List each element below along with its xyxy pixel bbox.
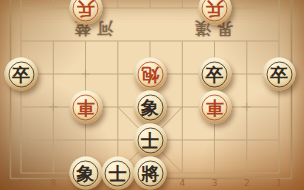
file-number-4: 4 (179, 178, 185, 188)
piece-black-advisor[interactable]: 士 (134, 124, 167, 157)
piece-red-cannon[interactable]: 炮 (134, 58, 167, 91)
piece-glyph: 象 (141, 98, 159, 116)
piece-glyph: 車 (77, 98, 95, 116)
piece-glyph: 兵 (206, 0, 224, 17)
file-number-2: 2 (244, 178, 250, 188)
piece-black-pawn[interactable]: 卒 (198, 58, 231, 91)
piece-glyph: 車 (206, 98, 224, 116)
file-number-9: 9 (18, 178, 24, 188)
piece-black-advisor[interactable]: 士 (101, 157, 134, 190)
piece-glyph: 兵 (77, 0, 95, 17)
piece-black-elephant[interactable]: 象 (69, 157, 102, 190)
piece-glyph: 卒 (12, 65, 30, 83)
piece-glyph: 士 (141, 131, 159, 149)
piece-black-general[interactable]: 將 (134, 157, 167, 190)
file-number-1: 1 (276, 178, 282, 188)
file-number-3: 3 (212, 178, 218, 188)
piece-glyph: 炮 (141, 65, 159, 83)
piece-glyph: 象 (77, 164, 95, 182)
piece-glyph: 將 (141, 164, 159, 182)
file-number-8: 8 (50, 178, 56, 188)
piece-glyph: 卒 (206, 65, 224, 83)
piece-black-pawn[interactable]: 卒 (263, 58, 296, 91)
piece-glyph: 卒 (270, 65, 288, 83)
xiangqi-board[interactable]: 楚河 漢界 987654321 兵兵卒炮卒卒車象車士象士將 (0, 0, 304, 190)
piece-red-chariot[interactable]: 車 (198, 91, 231, 124)
piece-red-chariot[interactable]: 車 (69, 91, 102, 124)
piece-black-elephant[interactable]: 象 (134, 91, 167, 124)
piece-black-pawn[interactable]: 卒 (5, 58, 38, 91)
piece-glyph: 士 (109, 164, 127, 182)
